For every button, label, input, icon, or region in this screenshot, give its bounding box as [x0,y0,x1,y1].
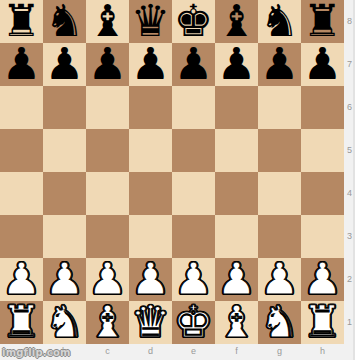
piece-black-bishop[interactable]: ♝ [217,0,256,43]
square-b1[interactable]: ♞ [43,301,86,344]
square-b5[interactable] [43,129,86,172]
piece-black-knight[interactable]: ♞ [45,0,84,43]
square-a6[interactable] [0,86,43,129]
piece-black-pawn[interactable]: ♟ [174,42,213,86]
piece-black-rook[interactable]: ♜ [2,0,41,43]
rank-label-8: 8 [344,0,355,43]
square-g7[interactable]: ♟ [258,43,301,86]
square-a5[interactable] [0,129,43,172]
piece-white-bishop[interactable]: ♝ [88,300,127,344]
square-e6[interactable] [172,86,215,129]
square-e1[interactable]: ♚ [172,301,215,344]
piece-white-pawn[interactable]: ♟ [131,257,170,301]
piece-white-bishop[interactable]: ♝ [217,300,256,344]
rank-label-5: 5 [344,129,355,172]
rank-label-4: 4 [344,172,355,215]
square-g6[interactable] [258,86,301,129]
square-c4[interactable] [86,172,129,215]
rank-label-3: 3 [344,215,355,258]
square-f1[interactable]: ♝ [215,301,258,344]
square-d4[interactable] [129,172,172,215]
square-h7[interactable]: ♟ [301,43,344,86]
square-a1[interactable]: ♜ [0,301,43,344]
square-f6[interactable] [215,86,258,129]
piece-white-queen[interactable]: ♛ [131,300,170,344]
square-h6[interactable] [301,86,344,129]
square-d1[interactable]: ♛ [129,301,172,344]
file-label-h: h [301,344,344,360]
file-label-e: e [172,344,215,360]
square-b7[interactable]: ♟ [43,43,86,86]
square-c6[interactable] [86,86,129,129]
square-e5[interactable] [172,129,215,172]
square-f4[interactable] [215,172,258,215]
square-g1[interactable]: ♞ [258,301,301,344]
piece-white-knight[interactable]: ♞ [45,300,84,344]
file-label-d: d [129,344,172,360]
file-label-f: f [215,344,258,360]
piece-white-pawn[interactable]: ♟ [45,257,84,301]
square-g4[interactable] [258,172,301,215]
piece-black-pawn[interactable]: ♟ [303,42,342,86]
square-d6[interactable] [129,86,172,129]
file-label-c: c [86,344,129,360]
piece-black-pawn[interactable]: ♟ [260,42,299,86]
piece-black-pawn[interactable]: ♟ [131,42,170,86]
piece-white-knight[interactable]: ♞ [260,300,299,344]
piece-black-king[interactable]: ♚ [174,0,213,43]
rank-label-1: 1 [344,301,355,344]
square-a4[interactable] [0,172,43,215]
square-f7[interactable]: ♟ [215,43,258,86]
piece-black-pawn[interactable]: ♟ [88,42,127,86]
square-e4[interactable] [172,172,215,215]
square-b4[interactable] [43,172,86,215]
piece-white-pawn[interactable]: ♟ [2,257,41,301]
square-a7[interactable]: ♟ [0,43,43,86]
piece-black-bishop[interactable]: ♝ [88,0,127,43]
piece-white-pawn[interactable]: ♟ [217,257,256,301]
piece-white-pawn[interactable]: ♟ [260,257,299,301]
square-g5[interactable] [258,129,301,172]
piece-white-pawn[interactable]: ♟ [303,257,342,301]
piece-black-queen[interactable]: ♛ [131,0,170,43]
piece-white-pawn[interactable]: ♟ [174,257,213,301]
watermark: imgflip.com [2,347,71,358]
square-h4[interactable] [301,172,344,215]
piece-white-rook[interactable]: ♜ [2,300,41,344]
square-d7[interactable]: ♟ [129,43,172,86]
piece-black-pawn[interactable]: ♟ [45,42,84,86]
rank-label-2: 2 [344,258,355,301]
piece-white-pawn[interactable]: ♟ [88,257,127,301]
square-e7[interactable]: ♟ [172,43,215,86]
square-c1[interactable]: ♝ [86,301,129,344]
square-h5[interactable] [301,129,344,172]
rank-label-7: 7 [344,43,355,86]
piece-white-rook[interactable]: ♜ [303,300,342,344]
file-label-g: g [258,344,301,360]
piece-black-pawn[interactable]: ♟ [2,42,41,86]
piece-black-knight[interactable]: ♞ [260,0,299,43]
rank-label-6: 6 [344,86,355,129]
piece-white-king[interactable]: ♚ [174,300,213,344]
piece-black-pawn[interactable]: ♟ [217,42,256,86]
chess-page: ♜♞♝♛♚♝♞♜♟♟♟♟♟♟♟♟♟♟♟♟♟♟♟♟♜♞♝♛♚♝♞♜ 8765432… [0,0,355,360]
square-h1[interactable]: ♜ [301,301,344,344]
square-c5[interactable] [86,129,129,172]
piece-black-rook[interactable]: ♜ [303,0,342,43]
rank-labels: 87654321 [344,0,355,360]
square-b6[interactable] [43,86,86,129]
square-d5[interactable] [129,129,172,172]
square-c7[interactable]: ♟ [86,43,129,86]
square-f5[interactable] [215,129,258,172]
chess-board: ♜♞♝♛♚♝♞♜♟♟♟♟♟♟♟♟♟♟♟♟♟♟♟♟♜♞♝♛♚♝♞♜ [0,0,344,344]
